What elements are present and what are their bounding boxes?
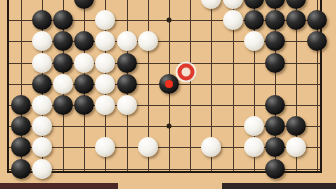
black-stone [53, 95, 73, 115]
white-stone [53, 74, 73, 94]
go-review-screenshot [0, 0, 336, 189]
black-stone [307, 10, 327, 30]
white-stone [32, 116, 52, 136]
white-stone [223, 0, 243, 9]
white-stone [117, 31, 137, 51]
white-stone [95, 53, 115, 73]
video-corner-bar [0, 183, 118, 189]
white-stone [117, 95, 137, 115]
white-stone [201, 137, 221, 157]
white-stone [95, 10, 115, 30]
black-stone [244, 0, 264, 9]
white-stone [138, 31, 158, 51]
black-stone [74, 31, 94, 51]
white-stone [32, 53, 52, 73]
black-stone [32, 74, 52, 94]
black-stone [74, 95, 94, 115]
black-stone [265, 10, 285, 30]
star-point [167, 18, 172, 23]
black-stone [32, 10, 52, 30]
grid-vertical-line [190, 0, 191, 171]
star-point [167, 124, 172, 129]
white-stone [95, 74, 115, 94]
black-stone [244, 10, 264, 30]
white-stone [244, 31, 264, 51]
white-stone [32, 31, 52, 51]
black-stone [286, 116, 306, 136]
black-stone [74, 0, 94, 9]
board-frame-left [7, 0, 9, 173]
white-stone [32, 137, 52, 157]
white-stone [138, 137, 158, 157]
black-stone [53, 53, 73, 73]
suggestion-ring-marker [178, 64, 195, 81]
white-stone [244, 116, 264, 136]
white-stone [95, 137, 115, 157]
black-stone [265, 137, 285, 157]
white-stone [223, 10, 243, 30]
white-stone [201, 0, 221, 9]
black-stone [265, 159, 285, 179]
black-stone [117, 53, 137, 73]
black-stone [286, 10, 306, 30]
black-stone [265, 95, 285, 115]
black-stone [265, 116, 285, 136]
black-stone [286, 0, 306, 9]
white-stone [32, 159, 52, 179]
black-stone [53, 31, 73, 51]
black-stone [53, 10, 73, 30]
white-stone [95, 31, 115, 51]
white-stone [32, 95, 52, 115]
black-stone [11, 95, 31, 115]
black-stone [265, 0, 285, 9]
white-stone [74, 53, 94, 73]
black-stone [11, 159, 31, 179]
white-stone [244, 137, 264, 157]
black-stone [74, 74, 94, 94]
black-stone [11, 116, 31, 136]
last-move-marker [165, 80, 173, 88]
black-stone [307, 31, 327, 51]
black-stone [117, 74, 137, 94]
black-stone [265, 53, 285, 73]
video-corner-bar [222, 183, 336, 189]
black-stone [11, 137, 31, 157]
white-stone [95, 95, 115, 115]
white-stone [286, 137, 306, 157]
black-stone [265, 31, 285, 51]
